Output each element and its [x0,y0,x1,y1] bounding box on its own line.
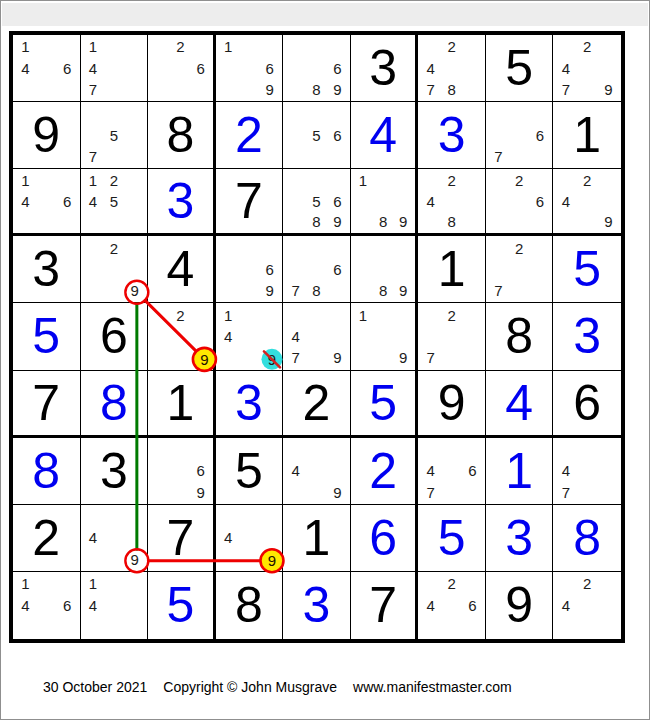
cell-r4c5[interactable]: 678 [283,236,351,303]
cell-r9c1[interactable]: 146 [13,572,81,639]
cell-r5c4[interactable]: 149 [216,303,284,370]
pencil-marks: 57 [81,102,148,168]
cell-r6c3[interactable]: 1 [148,371,216,438]
pencil-marks: 49 [81,505,148,571]
pencil-marks: 56 [283,102,350,168]
pencil-marks: 479 [283,303,350,369]
pencil-mark-8: 8 [373,212,393,233]
pencil-mark-2: 2 [577,170,598,191]
pencil-mark-4: 4 [83,527,104,548]
sudoku-board: 1461472616968932478524799578256436711461… [9,31,625,643]
cell-r4c9[interactable]: 5 [553,236,621,303]
cell-r5c3[interactable]: 29 [148,303,216,370]
pencil-mark-7: 7 [420,481,441,502]
pencil-marks: 69 [216,236,283,302]
cell-r5c9[interactable]: 3 [553,303,621,370]
pencil-mark-1: 1 [83,573,104,595]
cell-r2c5[interactable]: 56 [283,102,351,169]
cell-r8c4[interactable]: 49 [216,505,284,572]
pencil-mark-6: 6 [327,191,348,212]
cell-r3c8[interactable]: 26 [486,169,554,236]
cell-r9c7[interactable]: 246 [418,572,486,639]
pencil-marks: 189 [351,169,416,233]
solved-digit: 5 [13,303,80,369]
given-digit: 3 [13,236,80,302]
cell-r1c1[interactable]: 146 [13,35,81,102]
pencil-mark-9: 9 [259,347,280,368]
cell-r2c2[interactable]: 57 [81,102,149,169]
pencil-marks: 246 [418,572,485,639]
pencil-mark-2: 2 [441,573,462,595]
pencil-mark-4: 4 [218,527,239,548]
pencil-mark-7: 7 [488,146,509,167]
pencil-mark-8: 8 [441,79,462,100]
pencil-marks: 24 [553,572,621,639]
cell-r7c2[interactable]: 3 [81,438,149,505]
pencil-mark-8: 8 [306,79,327,100]
cell-r4c2[interactable]: 29 [81,236,149,303]
pencil-mark-7: 7 [83,146,104,167]
pencil-mark-9: 9 [393,212,413,233]
cell-r2c8[interactable]: 67 [486,102,554,169]
cell-r2c4[interactable]: 2 [216,102,284,169]
pencil-mark-2: 2 [509,237,530,258]
solved-digit: 8 [81,371,148,435]
footer: 30 October 2021 Copyright © John Musgrav… [43,679,512,695]
pencil-mark-9: 9 [393,347,413,368]
given-digit: 7 [351,572,416,639]
pencil-marks: 14 [81,572,148,639]
footer-date: 30 October 2021 [43,679,147,695]
pencil-marks: 27 [486,236,553,302]
pencil-marks: 19 [351,303,416,369]
given-digit: 7 [148,505,213,571]
pencil-mark-9: 9 [259,280,280,301]
pencil-mark-4: 4 [83,191,104,212]
pencil-mark-2: 2 [170,36,190,57]
cell-r7c4[interactable]: 5 [216,438,284,505]
solved-digit: 5 [351,371,416,435]
cell-r6c2[interactable]: 8 [81,371,149,438]
pencil-mark-2: 2 [170,304,190,325]
pencil-mark-9: 9 [124,280,145,301]
given-digit: 1 [553,102,621,168]
cell-r9c2[interactable]: 14 [81,572,149,639]
solved-digit: 8 [553,505,621,571]
solved-digit: 3 [553,303,621,369]
cell-r8c8[interactable]: 3 [486,505,554,572]
pencil-mark-7: 7 [555,481,576,502]
pencil-marks: 467 [418,438,485,504]
pencil-mark-4: 4 [218,326,239,347]
given-digit: 8 [486,303,553,369]
cell-r4c7[interactable]: 1 [418,236,486,303]
pencil-marks: 146 [13,35,80,101]
given-digit: 5 [486,35,553,101]
pencil-mark-9: 9 [598,79,619,100]
footer-copyright: Copyright © John Musgrave [163,679,337,695]
cell-r3c3[interactable]: 3 [148,169,216,236]
cell-r6c7[interactable]: 9 [418,371,486,438]
cell-r9c3[interactable]: 5 [148,572,216,639]
footer-website: www.manifestmaster.com [353,679,512,695]
given-digit: 1 [148,371,213,435]
cell-r1c2[interactable]: 147 [81,35,149,102]
pencil-mark-9: 9 [598,212,619,233]
pencil-mark-2: 2 [509,170,530,191]
pencil-mark-2: 2 [103,237,124,258]
pencil-marks: 689 [283,35,350,101]
pencil-marks: 49 [283,438,350,504]
solved-digit: 6 [351,505,416,571]
pencil-mark-9: 9 [327,212,348,233]
cell-r6c1[interactable]: 7 [13,371,81,438]
pencil-mark-1: 1 [15,36,36,57]
given-digit: 4 [148,236,213,302]
solved-digit: 3 [283,572,350,639]
solved-digit: 2 [351,438,416,504]
pencil-mark-4: 4 [420,57,441,78]
pencil-mark-8: 8 [441,212,462,233]
pencil-mark-6: 6 [57,191,78,212]
pencil-marks: 29 [81,236,148,302]
pencil-mark-6: 6 [327,259,348,280]
given-digit: 7 [13,371,80,435]
pencil-mark-4: 4 [285,326,306,347]
pencil-mark-9: 9 [327,347,348,368]
cell-r2c7[interactable]: 3 [418,102,486,169]
cell-r8c3[interactable]: 7 [148,505,216,572]
cell-r2c9[interactable]: 1 [553,102,621,169]
pencil-mark-8: 8 [373,280,393,301]
solved-digit: 3 [418,102,485,168]
pencil-mark-8: 8 [306,280,327,301]
pencil-mark-9: 9 [190,347,210,368]
pencil-mark-8: 8 [306,212,327,233]
cell-r6c5[interactable]: 2 [283,371,351,438]
cell-r6c8[interactable]: 4 [486,371,554,438]
cell-r7c3[interactable]: 69 [148,438,216,505]
pencil-mark-4: 4 [555,191,576,212]
cell-r1c8[interactable]: 5 [486,35,554,102]
cell-r1c9[interactable]: 2479 [553,35,621,102]
pencil-mark-9: 9 [327,481,348,502]
pencil-mark-7: 7 [285,280,306,301]
pencil-mark-6: 6 [57,57,78,78]
pencil-marks: 248 [418,169,485,233]
pencil-marks: 2479 [553,35,621,101]
pencil-mark-1: 1 [353,304,373,325]
pencil-marks: 146 [13,572,80,639]
pencil-mark-4: 4 [83,57,104,78]
pencil-mark-7: 7 [285,347,306,368]
solved-digit: 8 [13,438,80,504]
given-digit: 2 [283,371,350,435]
cell-r4c1[interactable]: 3 [13,236,81,303]
given-digit: 1 [418,236,485,302]
pencil-mark-7: 7 [420,79,441,100]
pencil-mark-9: 9 [327,79,348,100]
given-digit: 5 [216,438,283,504]
header-strip [2,3,648,26]
pencil-mark-6: 6 [530,191,551,212]
pencil-mark-5: 5 [306,191,327,212]
cell-r5c5[interactable]: 479 [283,303,351,370]
pencil-mark-4: 4 [83,595,104,617]
cell-r1c4[interactable]: 169 [216,35,284,102]
pencil-mark-6: 6 [530,124,551,145]
pencil-mark-7: 7 [420,347,441,368]
solved-digit: 4 [486,371,553,435]
solved-digit: 3 [148,169,213,233]
pencil-mark-6: 6 [190,460,210,481]
cell-r4c4[interactable]: 69 [216,236,284,303]
pencil-mark-1: 1 [353,170,373,191]
solved-digit: 5 [418,505,485,571]
solved-digit: 2 [216,102,283,168]
pencil-mark-2: 2 [441,36,462,57]
pencil-marks: 26 [148,35,213,101]
cell-r9c4[interactable]: 8 [216,572,284,639]
cell-r9c6[interactable]: 7 [351,572,419,639]
pencil-mark-9: 9 [190,481,210,502]
given-digit: 8 [216,572,283,639]
pencil-mark-6: 6 [462,595,483,617]
pencil-mark-4: 4 [15,57,36,78]
pencil-marks: 49 [216,505,283,571]
cell-r4c3[interactable]: 4 [148,236,216,303]
cell-r7c8[interactable]: 1 [486,438,554,505]
pencil-mark-1: 1 [83,36,104,57]
pencil-marks: 5689 [283,169,350,233]
pencil-marks: 67 [486,102,553,168]
solved-digit: 3 [486,505,553,571]
pencil-mark-6: 6 [327,124,348,145]
pencil-mark-2: 2 [103,170,124,191]
cell-r5c6[interactable]: 19 [351,303,419,370]
pencil-mark-4: 4 [555,57,576,78]
cell-r8c9[interactable]: 8 [553,505,621,572]
pencil-marks: 169 [216,35,283,101]
given-digit: 2 [13,505,80,571]
pencil-marks: 149 [216,303,283,369]
pencil-mark-1: 1 [218,36,239,57]
solved-digit: 1 [486,438,553,504]
pencil-mark-6: 6 [259,259,280,280]
cell-r7c7[interactable]: 467 [418,438,486,505]
pencil-mark-4: 4 [15,595,36,617]
pencil-marks: 29 [148,303,213,369]
pencil-mark-7: 7 [555,79,576,100]
cell-r5c1[interactable]: 5 [13,303,81,370]
cell-r5c2[interactable]: 6 [81,303,149,370]
page: 1461472616968932478524799578256436711461… [0,0,650,720]
cell-r3c1[interactable]: 146 [13,169,81,236]
cell-r7c1[interactable]: 8 [13,438,81,505]
given-digit: 1 [283,505,350,571]
pencil-mark-6: 6 [57,595,78,617]
pencil-mark-9: 9 [393,280,413,301]
cell-r7c9[interactable]: 47 [553,438,621,505]
cell-r5c8[interactable]: 8 [486,303,554,370]
cell-r1c6[interactable]: 3 [351,35,419,102]
given-digit: 9 [418,371,485,435]
cell-r1c3[interactable]: 26 [148,35,216,102]
pencil-marks: 2478 [418,35,485,101]
solved-digit: 4 [351,102,416,168]
cell-r1c7[interactable]: 2478 [418,35,486,102]
pencil-mark-9: 9 [259,549,280,570]
given-digit: 6 [553,371,621,435]
pencil-mark-7: 7 [83,79,104,100]
cell-r7c5[interactable]: 49 [283,438,351,505]
cell-r3c2[interactable]: 1245 [81,169,149,236]
cell-r2c6[interactable]: 4 [351,102,419,169]
pencil-marks: 47 [553,438,621,504]
cell-r3c6[interactable]: 189 [351,169,419,236]
pencil-mark-4: 4 [555,595,576,617]
cell-r1c5[interactable]: 689 [283,35,351,102]
pencil-mark-4: 4 [420,191,441,212]
pencil-mark-1: 1 [15,170,36,191]
cell-r4c6[interactable]: 89 [351,236,419,303]
pencil-mark-1: 1 [15,573,36,595]
given-digit: 3 [81,438,148,504]
cell-r9c9[interactable]: 24 [553,572,621,639]
pencil-mark-2: 2 [577,36,598,57]
pencil-mark-4: 4 [285,460,306,481]
cell-r2c3[interactable]: 8 [148,102,216,169]
cell-r4c8[interactable]: 27 [486,236,554,303]
solved-digit: 5 [553,236,621,302]
cell-r3c7[interactable]: 248 [418,169,486,236]
cell-r9c8[interactable]: 9 [486,572,554,639]
cell-r7c6[interactable]: 2 [351,438,419,505]
cell-r8c5[interactable]: 1 [283,505,351,572]
cell-r8c1[interactable]: 2 [13,505,81,572]
pencil-mark-5: 5 [103,191,124,212]
given-digit: 9 [13,102,80,168]
cell-r6c6[interactable]: 5 [351,371,419,438]
given-digit: 7 [216,169,283,233]
pencil-mark-6: 6 [190,57,210,78]
given-digit: 9 [486,572,553,639]
cell-r8c7[interactable]: 5 [418,505,486,572]
pencil-marks: 27 [418,303,485,369]
pencil-mark-5: 5 [306,124,327,145]
pencil-mark-4: 4 [15,191,36,212]
cell-r3c5[interactable]: 5689 [283,169,351,236]
pencil-mark-6: 6 [259,57,280,78]
pencil-mark-6: 6 [327,57,348,78]
pencil-mark-2: 2 [441,170,462,191]
pencil-marks: 678 [283,236,350,302]
pencil-mark-1: 1 [218,304,239,325]
pencil-mark-4: 4 [420,595,441,617]
cell-r3c9[interactable]: 249 [553,169,621,236]
pencil-marks: 146 [13,169,80,233]
cell-r8c6[interactable]: 6 [351,505,419,572]
pencil-marks: 1245 [81,169,148,233]
pencil-marks: 26 [486,169,553,233]
pencil-mark-1: 1 [83,170,104,191]
sudoku-cells: 1461472616968932478524799578256436711461… [13,35,621,639]
cell-r9c5[interactable]: 3 [283,572,351,639]
cell-r6c9[interactable]: 6 [553,371,621,438]
cell-r8c2[interactable]: 49 [81,505,149,572]
pencil-marks: 69 [148,438,213,504]
pencil-mark-2: 2 [577,573,598,595]
cell-r6c4[interactable]: 3 [216,371,284,438]
pencil-mark-9: 9 [259,79,280,100]
pencil-mark-9: 9 [124,549,145,570]
solved-digit: 3 [216,371,283,435]
given-digit: 6 [81,303,148,369]
pencil-mark-6: 6 [462,460,483,481]
cell-r5c7[interactable]: 27 [418,303,486,370]
pencil-mark-4: 4 [555,460,576,481]
given-digit: 8 [148,102,213,168]
given-digit: 3 [351,35,416,101]
cell-r2c1[interactable]: 9 [13,102,81,169]
pencil-mark-2: 2 [441,304,462,325]
pencil-marks: 89 [351,236,416,302]
pencil-mark-4: 4 [420,460,441,481]
pencil-mark-5: 5 [103,124,124,145]
pencil-marks: 249 [553,169,621,233]
solved-digit: 5 [148,572,213,639]
pencil-mark-7: 7 [488,280,509,301]
cell-r3c4[interactable]: 7 [216,169,284,236]
pencil-marks: 147 [81,35,148,101]
